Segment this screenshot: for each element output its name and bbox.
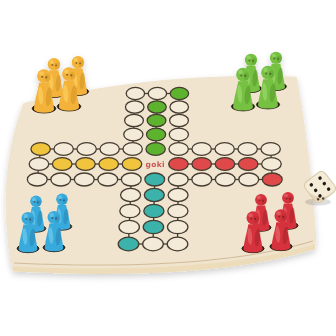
cell-8-6[interactable] <box>192 158 212 171</box>
cell-1-7[interactable] <box>27 173 47 186</box>
cell-8-5[interactable] <box>192 143 211 156</box>
cell-6-9[interactable] <box>144 204 164 217</box>
cell-4-6[interactable] <box>99 158 119 171</box>
cell-5-1[interactable] <box>126 87 144 99</box>
cell-7-2[interactable] <box>170 101 189 113</box>
cell-2-6[interactable] <box>52 158 72 171</box>
cell-7-1[interactable] <box>170 87 188 99</box>
cell-7-3[interactable] <box>170 114 189 126</box>
cell-6-1[interactable] <box>148 87 166 99</box>
ludo-photo: goki <box>0 0 336 336</box>
cell-9-5[interactable] <box>215 143 234 156</box>
brand-logo: goki <box>146 160 165 169</box>
cell-1-5[interactable] <box>31 143 50 156</box>
cell-7-5[interactable] <box>169 143 188 156</box>
cell-3-7[interactable] <box>74 173 94 186</box>
cell-2-7[interactable] <box>51 173 71 186</box>
cell-2-5[interactable] <box>54 143 73 156</box>
cell-3-5[interactable] <box>77 143 96 156</box>
cell-5-2[interactable] <box>125 101 144 113</box>
cell-5-8[interactable] <box>121 188 141 201</box>
cell-7-9[interactable] <box>168 204 188 217</box>
cell-7-11[interactable] <box>167 237 188 251</box>
cell-1-6[interactable] <box>29 158 49 171</box>
cell-5-10[interactable] <box>119 220 139 233</box>
cell-5-7[interactable] <box>121 173 141 186</box>
cell-7-6[interactable] <box>169 158 189 171</box>
cell-6-2[interactable] <box>148 101 167 113</box>
cell-6-7[interactable] <box>145 173 165 186</box>
cell-7-8[interactable] <box>168 188 188 201</box>
cell-5-6[interactable] <box>122 158 142 171</box>
board: goki <box>9 52 314 273</box>
cell-11-7[interactable] <box>262 173 282 186</box>
cell-6-10[interactable] <box>143 220 163 233</box>
cell-11-5[interactable] <box>261 143 280 156</box>
cell-6-8[interactable] <box>144 188 164 201</box>
cell-7-7[interactable] <box>168 173 188 186</box>
cell-11-6[interactable] <box>262 158 282 171</box>
cell-6-11[interactable] <box>143 237 164 251</box>
cell-6-4[interactable] <box>146 128 165 141</box>
cell-6-5[interactable] <box>146 143 165 156</box>
cell-8-7[interactable] <box>192 173 212 186</box>
cell-10-5[interactable] <box>238 143 257 156</box>
cell-5-3[interactable] <box>125 114 144 126</box>
cell-7-10[interactable] <box>167 220 187 233</box>
cell-5-11[interactable] <box>118 237 139 251</box>
cell-4-7[interactable] <box>98 173 118 186</box>
yellow-yard <box>32 56 88 113</box>
cell-4-5[interactable] <box>100 143 119 156</box>
cell-7-4[interactable] <box>169 128 188 141</box>
cell-6-3[interactable] <box>147 114 166 126</box>
cell-5-5[interactable] <box>123 143 142 156</box>
cell-3-6[interactable] <box>76 158 96 171</box>
cell-5-9[interactable] <box>120 204 140 217</box>
ludo-board-scene: goki <box>0 0 336 336</box>
cell-10-7[interactable] <box>239 173 259 186</box>
cell-5-4[interactable] <box>124 128 143 141</box>
cell-9-7[interactable] <box>215 173 235 186</box>
cell-9-6[interactable] <box>215 158 235 171</box>
cell-10-6[interactable] <box>238 158 258 171</box>
